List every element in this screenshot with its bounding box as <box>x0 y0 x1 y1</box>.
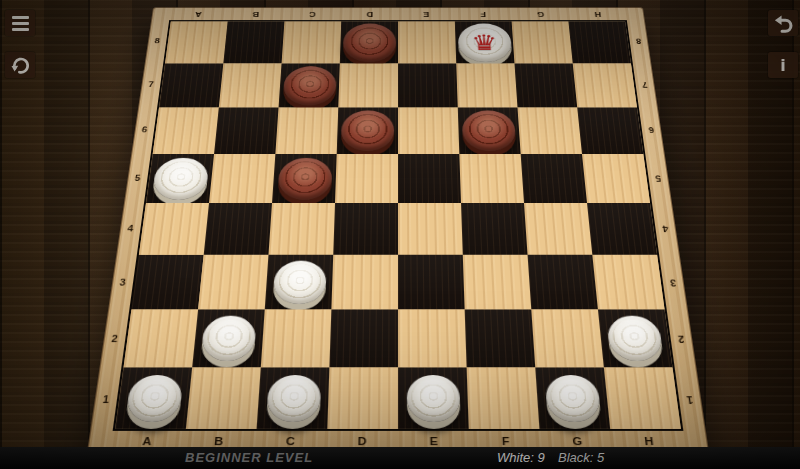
white-king-piece-f8[interactable]: ♛ <box>457 23 512 62</box>
square-d7[interactable] <box>338 63 398 107</box>
square-f1[interactable] <box>467 367 540 429</box>
square-e1[interactable] <box>398 367 469 429</box>
menu-button[interactable] <box>5 10 35 36</box>
square-f7[interactable] <box>456 63 517 107</box>
file-label: A <box>142 435 152 447</box>
app-screen: ABCDEFGH 87654321 87654321 ABCDEFGH ♛ i … <box>0 0 800 469</box>
square-g8[interactable] <box>512 22 573 64</box>
white-count-label: White: 9 <box>497 450 545 465</box>
square-e6[interactable] <box>398 108 459 154</box>
white-man-piece-a1[interactable] <box>125 375 184 422</box>
file-label: B <box>214 435 224 447</box>
square-h5[interactable] <box>582 154 650 203</box>
square-e3[interactable] <box>398 255 465 310</box>
white-man-piece-h2[interactable] <box>606 316 664 361</box>
rank-label: 8 <box>154 37 160 44</box>
file-label: H <box>594 10 601 17</box>
rank-label: 3 <box>670 278 677 288</box>
square-b6[interactable] <box>214 108 278 154</box>
square-b1[interactable] <box>186 367 261 429</box>
square-a8[interactable] <box>165 22 228 64</box>
square-a7[interactable] <box>159 63 223 107</box>
square-b2[interactable] <box>192 309 265 367</box>
square-d3[interactable] <box>331 255 398 310</box>
rank-label: 5 <box>134 174 141 183</box>
square-f5[interactable] <box>459 154 524 203</box>
square-c6[interactable] <box>275 108 338 154</box>
square-b4[interactable] <box>204 203 272 255</box>
square-b5[interactable] <box>209 154 275 203</box>
file-label: F <box>481 10 487 17</box>
square-c4[interactable] <box>268 203 335 255</box>
file-label: E <box>423 10 429 17</box>
square-g6[interactable] <box>517 108 581 154</box>
rank-label: 6 <box>141 126 148 134</box>
file-label: G <box>572 435 583 447</box>
rank-label: 3 <box>119 278 126 288</box>
square-g4[interactable] <box>524 203 592 255</box>
square-e4[interactable] <box>398 203 463 255</box>
square-g2[interactable] <box>531 309 604 367</box>
file-label: D <box>366 10 373 17</box>
info-icon: i <box>780 56 785 75</box>
file-label: G <box>537 10 545 17</box>
undo-icon <box>773 13 794 34</box>
square-a5[interactable] <box>146 154 214 203</box>
board-squares: ♛ <box>113 20 684 431</box>
square-h1[interactable] <box>604 367 681 429</box>
file-label: A <box>195 10 202 17</box>
square-g7[interactable] <box>514 63 577 107</box>
square-a6[interactable] <box>153 108 219 154</box>
file-label: C <box>286 435 296 447</box>
square-c5[interactable] <box>272 154 337 203</box>
rank-label: 5 <box>655 174 662 183</box>
file-label: D <box>358 435 367 447</box>
square-f6[interactable] <box>458 108 521 154</box>
rank-label: 1 <box>102 394 110 405</box>
hamburger-icon <box>12 16 29 19</box>
square-d2[interactable] <box>329 309 398 367</box>
square-h3[interactable] <box>592 255 664 310</box>
square-c1[interactable] <box>257 367 330 429</box>
square-a2[interactable] <box>124 309 199 367</box>
black-man-piece-d6[interactable] <box>341 110 395 151</box>
rank-label: 7 <box>148 81 154 89</box>
rank-label: 2 <box>111 334 118 344</box>
king-crown-icon: ♛ <box>471 32 498 53</box>
square-h7[interactable] <box>573 63 637 107</box>
square-f3[interactable] <box>463 255 532 310</box>
square-g1[interactable] <box>535 367 610 429</box>
square-b3[interactable] <box>198 255 268 310</box>
rank-label: 8 <box>636 37 642 44</box>
square-g5[interactable] <box>521 154 587 203</box>
square-e2[interactable] <box>398 309 467 367</box>
file-label: H <box>644 435 654 447</box>
white-man-piece-b2[interactable] <box>200 316 256 361</box>
square-d5[interactable] <box>335 154 398 203</box>
black-man-piece-c7[interactable] <box>282 66 336 105</box>
square-c8[interactable] <box>282 22 342 64</box>
rank-label: 1 <box>686 394 694 405</box>
file-label: C <box>309 10 316 17</box>
square-b7[interactable] <box>219 63 282 107</box>
file-labels-top: ABCDEFGH <box>169 7 627 20</box>
square-h8[interactable] <box>568 22 631 64</box>
rank-label: 4 <box>662 224 669 233</box>
square-a3[interactable] <box>131 255 203 310</box>
square-c2[interactable] <box>261 309 332 367</box>
square-d4[interactable] <box>333 203 398 255</box>
square-f8[interactable]: ♛ <box>455 22 515 64</box>
square-h2[interactable] <box>598 309 673 367</box>
square-g3[interactable] <box>528 255 598 310</box>
rank-label: 6 <box>648 126 655 134</box>
checkers-board: ABCDEFGH 87654321 87654321 ABCDEFGH ♛ <box>87 7 709 451</box>
square-a1[interactable] <box>115 367 192 429</box>
square-d8[interactable] <box>340 22 398 64</box>
file-label: E <box>430 435 439 447</box>
file-label: B <box>252 10 259 17</box>
rank-label: 7 <box>642 81 648 89</box>
square-b8[interactable] <box>223 22 284 64</box>
black-man-piece-c5[interactable] <box>277 157 332 199</box>
black-man-piece-d8[interactable] <box>342 23 396 62</box>
square-h6[interactable] <box>577 108 643 154</box>
rank-label: 2 <box>678 334 685 344</box>
white-man-piece-c3[interactable] <box>272 260 326 303</box>
info-button[interactable]: i <box>768 52 798 78</box>
white-man-piece-c1[interactable] <box>265 375 320 422</box>
square-a4[interactable] <box>139 203 209 255</box>
square-d1[interactable] <box>327 367 398 429</box>
square-f4[interactable] <box>461 203 528 255</box>
square-e7[interactable] <box>398 63 458 107</box>
square-e8[interactable] <box>398 22 456 64</box>
rotate-icon <box>10 55 31 76</box>
rank-label: 4 <box>127 224 134 233</box>
square-c3[interactable] <box>265 255 334 310</box>
file-label: F <box>501 435 509 447</box>
black-count-label: Black: 5 <box>558 450 604 465</box>
square-f2[interactable] <box>465 309 536 367</box>
rotate-board-button[interactable] <box>5 52 35 78</box>
white-man-piece-e1[interactable] <box>406 375 460 422</box>
white-man-piece-g1[interactable] <box>544 375 601 422</box>
black-man-piece-f6[interactable] <box>462 110 517 151</box>
square-c7[interactable] <box>279 63 340 107</box>
square-h4[interactable] <box>587 203 657 255</box>
square-d6[interactable] <box>337 108 398 154</box>
white-man-piece-a5[interactable] <box>151 157 209 199</box>
level-label: BEGINNER LEVEL <box>185 450 313 465</box>
square-e5[interactable] <box>398 154 461 203</box>
undo-button[interactable] <box>768 10 798 36</box>
status-bar: BEGINNER LEVEL White: 9 Black: 5 <box>0 447 800 469</box>
